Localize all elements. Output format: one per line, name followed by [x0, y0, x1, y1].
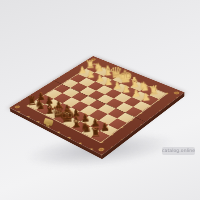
- frame-rosette-icon: [97, 147, 105, 152]
- product-photo: ♜♞♝♛♚♝♞♜♟♟♟♟♟♟♟♟♟♟♟♟♟♟♟♟♜♞♝♛♚♝♞♜ catalog…: [0, 0, 200, 200]
- watermark: catalog.onliner.by: [162, 147, 195, 155]
- frame-rosette-icon: [173, 91, 180, 95]
- frame-rosette-icon: [14, 105, 21, 109]
- square-h1: ♜: [149, 90, 166, 100]
- piece-dark-rook: ♜: [90, 126, 102, 139]
- piece-white-pawn: ♟: [122, 84, 132, 95]
- piece-white-pawn: ♟: [141, 92, 151, 103]
- piece-white-pawn: ♟: [132, 88, 142, 99]
